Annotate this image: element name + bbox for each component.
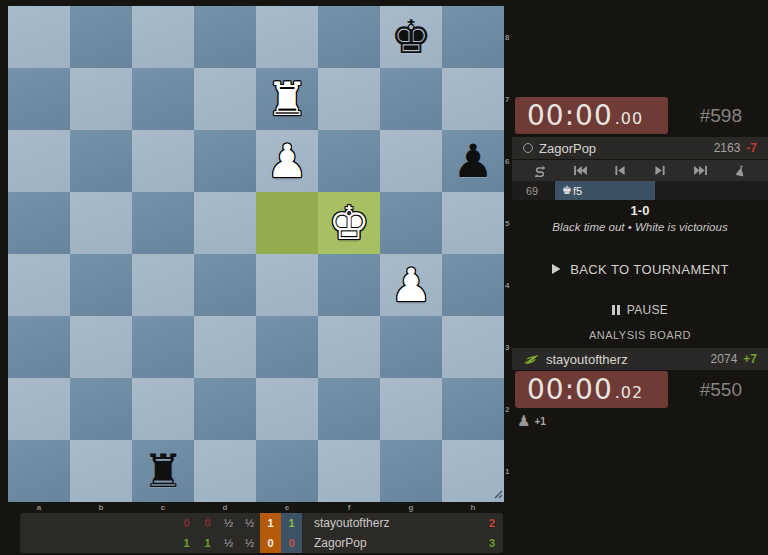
bottom-player-name: stayoutoftherz xyxy=(546,352,628,367)
square-e7[interactable]: ♜ xyxy=(256,68,318,130)
square-a5[interactable] xyxy=(8,192,70,254)
last-move-icon[interactable] xyxy=(687,162,713,180)
square-f1[interactable] xyxy=(318,440,380,502)
square-e3[interactable] xyxy=(256,316,318,378)
square-b4[interactable] xyxy=(70,254,132,316)
file-label-d: d xyxy=(194,503,256,512)
score-row-stayoutoftherz: 00½½11stayoutoftherz2 xyxy=(20,513,503,533)
square-g3[interactable] xyxy=(380,316,442,378)
rank-label-7: 7 xyxy=(505,95,512,104)
analysis-board-link[interactable]: ANALYSIS BOARD xyxy=(512,329,768,341)
top-clock-time: 00:00 xyxy=(527,99,613,132)
material-advantage: ♟ +1 xyxy=(517,412,546,430)
square-b5[interactable] xyxy=(70,192,132,254)
pawn-icon: ♟ xyxy=(517,412,530,430)
square-d2[interactable] xyxy=(194,378,256,440)
square-d3[interactable] xyxy=(194,316,256,378)
file-label-a: a xyxy=(8,503,70,512)
square-b7[interactable] xyxy=(70,68,132,130)
white-king: ♚ xyxy=(328,192,369,254)
circle-icon xyxy=(523,143,533,153)
file-label-c: c xyxy=(132,503,194,512)
rank-label-3: 3 xyxy=(505,343,512,352)
analysis-flask-icon[interactable] xyxy=(727,162,753,180)
rank-label-5: 5 xyxy=(505,219,512,228)
square-c3[interactable] xyxy=(132,316,194,378)
square-e2[interactable] xyxy=(256,378,318,440)
square-g6[interactable] xyxy=(380,130,442,192)
first-move-icon[interactable] xyxy=(567,162,593,180)
square-g2[interactable] xyxy=(380,378,442,440)
square-b2[interactable] xyxy=(70,378,132,440)
top-clock: 00:00.00 xyxy=(515,97,668,134)
top-player-game-number: #598 xyxy=(700,105,742,127)
rank-label-6: 6 xyxy=(505,157,512,166)
square-f5[interactable]: ♚ xyxy=(318,192,380,254)
square-d4[interactable] xyxy=(194,254,256,316)
bottom-clock-time: 00:00 xyxy=(527,373,613,406)
game-result-cell[interactable]: 1 xyxy=(197,533,218,553)
move-san: f5 xyxy=(573,185,582,197)
square-b6[interactable] xyxy=(70,130,132,192)
game-result-cell[interactable]: 1 xyxy=(281,513,302,533)
square-e4[interactable] xyxy=(256,254,318,316)
square-h7[interactable] xyxy=(442,68,504,130)
file-label-b: b xyxy=(70,503,132,512)
bottom-player-rating-diff: +7 xyxy=(743,352,757,366)
score-total: 3 xyxy=(481,533,503,553)
square-g4[interactable]: ♟ xyxy=(380,254,442,316)
square-e5[interactable] xyxy=(256,192,318,254)
white-pawn: ♟ xyxy=(390,254,431,316)
square-a6[interactable] xyxy=(8,130,70,192)
bottom-player-game-number: #550 xyxy=(700,379,742,401)
back-to-tournament-label: BACK TO TOURNAMENT xyxy=(570,262,729,277)
pause-icon xyxy=(612,305,620,315)
file-label-e: e xyxy=(256,503,318,512)
square-h3[interactable] xyxy=(442,316,504,378)
score-row-ZagorPop: 11½½00ZagorPop3 xyxy=(20,533,503,553)
square-c2[interactable] xyxy=(132,378,194,440)
square-d7[interactable] xyxy=(194,68,256,130)
square-h2[interactable] xyxy=(442,378,504,440)
square-c6[interactable] xyxy=(132,130,194,192)
square-c7[interactable] xyxy=(132,68,194,130)
square-a8[interactable] xyxy=(8,6,70,68)
square-a2[interactable] xyxy=(8,378,70,440)
square-b3[interactable] xyxy=(70,316,132,378)
square-h4[interactable] xyxy=(442,254,504,316)
white-pawn: ♟ xyxy=(266,130,307,192)
square-f3[interactable] xyxy=(318,316,380,378)
move-number: 69 xyxy=(526,185,552,197)
wing-icon xyxy=(523,353,540,365)
top-player-rating: 2163 xyxy=(714,141,741,155)
square-b8[interactable] xyxy=(70,6,132,68)
file-label-h: h xyxy=(442,503,504,512)
next-move-icon[interactable] xyxy=(647,162,673,180)
square-a3[interactable] xyxy=(8,316,70,378)
game-result-score: 1-0 xyxy=(512,203,768,218)
rank-label-2: 2 xyxy=(505,405,512,414)
tournament-score-panel: 00½½11stayoutoftherz211½½00ZagorPop3 xyxy=(20,513,503,553)
rank-label-8: 8 xyxy=(505,33,512,42)
rank-label-1: 1 xyxy=(505,467,512,476)
file-label-f: f xyxy=(318,503,380,512)
square-d1[interactable] xyxy=(194,440,256,502)
white-king-move-icon: ♚ xyxy=(562,184,572,197)
square-a7[interactable] xyxy=(8,68,70,130)
move-list: 69 ♚ f5 xyxy=(512,181,768,200)
top-clock-fraction: .00 xyxy=(615,109,643,128)
pause-label: PAUSE xyxy=(627,303,668,317)
play-icon xyxy=(551,263,561,275)
game-result-cell[interactable]: 0 xyxy=(260,533,281,553)
square-f8[interactable] xyxy=(318,6,380,68)
square-g5[interactable] xyxy=(380,192,442,254)
square-e8[interactable] xyxy=(256,6,318,68)
square-d8[interactable] xyxy=(194,6,256,68)
flip-board-icon[interactable] xyxy=(527,162,553,180)
bottom-player-rating: 2074 xyxy=(711,352,738,366)
game-sidebar: 00:00.00 #598 ZagorPop 2163 -7 xyxy=(512,0,768,555)
white-rook: ♜ xyxy=(266,68,307,130)
file-label-g: g xyxy=(380,503,442,512)
material-advantage-value: +1 xyxy=(534,416,545,427)
square-h8[interactable] xyxy=(442,6,504,68)
board-resize-handle[interactable] xyxy=(492,488,504,500)
square-c8[interactable] xyxy=(132,6,194,68)
file-labels: abcdefgh xyxy=(8,503,504,512)
game-result-cell[interactable]: 1 xyxy=(260,513,281,533)
previous-move-icon[interactable] xyxy=(607,162,633,180)
rank-label-4: 4 xyxy=(505,281,512,290)
square-f2[interactable] xyxy=(318,378,380,440)
game-result-cell[interactable]: ½ xyxy=(218,533,239,553)
top-player-row[interactable]: ZagorPop 2163 -7 xyxy=(512,137,768,159)
move-controls xyxy=(512,160,768,181)
top-player-rating-diff: -7 xyxy=(746,141,757,155)
square-c1[interactable]: ♜ xyxy=(132,440,194,502)
square-e1[interactable] xyxy=(256,440,318,502)
chess-board: ♚♜♟♟♚♟♜ xyxy=(8,6,504,502)
square-e6[interactable]: ♟ xyxy=(256,130,318,192)
square-a1[interactable] xyxy=(8,440,70,502)
bottom-clock-fraction: .02 xyxy=(615,383,643,402)
game-result-cell[interactable]: 0 xyxy=(176,513,197,533)
square-h6[interactable]: ♟ xyxy=(442,130,504,192)
score-total: 2 xyxy=(481,513,503,533)
square-g1[interactable] xyxy=(380,440,442,502)
game-result-cell[interactable]: 0 xyxy=(197,513,218,533)
bottom-player-row[interactable]: stayoutoftherz 2074 +7 xyxy=(512,348,768,370)
square-f7[interactable] xyxy=(318,68,380,130)
score-player-name: stayoutoftherz xyxy=(302,513,481,533)
game-result-cell[interactable]: ½ xyxy=(218,513,239,533)
square-d5[interactable] xyxy=(194,192,256,254)
back-to-tournament-button[interactable]: BACK TO TOURNAMENT xyxy=(512,258,768,280)
square-h5[interactable] xyxy=(442,192,504,254)
lichess-game-page: ♚♜♟♟♚♟♜ abcdefgh 12345678 00½½11stayouto… xyxy=(0,0,768,555)
game-result-cell[interactable]: ½ xyxy=(239,513,260,533)
game-result-description: Black time out • White is victorious xyxy=(512,221,768,233)
square-c5[interactable] xyxy=(132,192,194,254)
square-g8[interactable]: ♚ xyxy=(380,6,442,68)
square-a4[interactable] xyxy=(8,254,70,316)
pause-button[interactable]: PAUSE xyxy=(512,301,768,319)
square-g7[interactable] xyxy=(380,68,442,130)
score-player-name: ZagorPop xyxy=(302,533,481,553)
game-result-cell[interactable]: 1 xyxy=(176,533,197,553)
square-d6[interactable] xyxy=(194,130,256,192)
black-king: ♚ xyxy=(390,6,431,68)
square-c4[interactable] xyxy=(132,254,194,316)
square-b1[interactable] xyxy=(70,440,132,502)
square-f4[interactable] xyxy=(318,254,380,316)
current-move[interactable]: ♚ f5 xyxy=(555,181,655,200)
square-f6[interactable] xyxy=(318,130,380,192)
game-result-cell[interactable]: ½ xyxy=(239,533,260,553)
bottom-clock: 00:00.02 xyxy=(515,371,668,408)
top-player-name: ZagorPop xyxy=(539,141,596,156)
game-result-cell[interactable]: 0 xyxy=(281,533,302,553)
black-pawn: ♟ xyxy=(452,130,493,192)
black-rook: ♜ xyxy=(142,440,183,502)
